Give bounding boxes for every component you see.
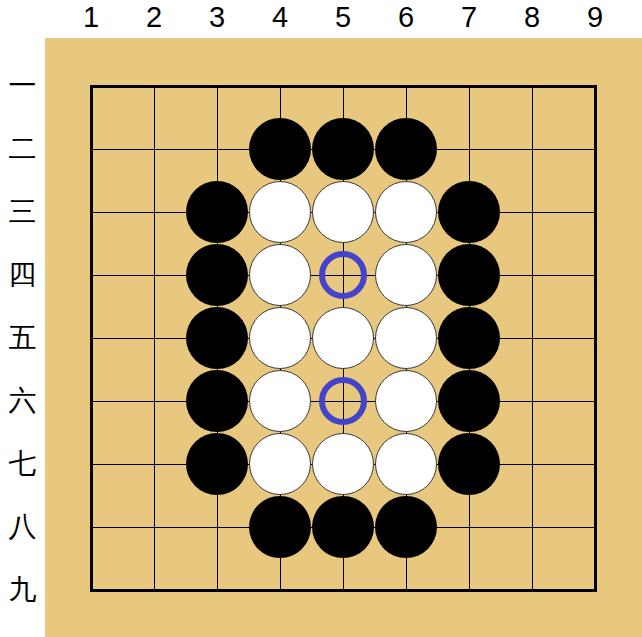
intersection-2-7[interactable] — [123, 433, 186, 496]
row-label-3: 三 — [0, 195, 45, 229]
intersection-1-3[interactable] — [60, 181, 123, 244]
intersection-3-5[interactable] — [186, 307, 249, 370]
intersection-5-5[interactable] — [312, 307, 375, 370]
board-grid — [60, 55, 627, 622]
intersection-7-1[interactable] — [438, 55, 501, 118]
intersection-3-1[interactable] — [186, 55, 249, 118]
intersection-4-1[interactable] — [249, 55, 312, 118]
white-stone — [375, 181, 437, 243]
intersection-9-4[interactable] — [564, 244, 627, 307]
row-label-4: 四 — [0, 258, 45, 292]
row-label-1: 一 — [0, 69, 45, 103]
intersection-1-1[interactable] — [60, 55, 123, 118]
intersection-7-8[interactable] — [438, 496, 501, 559]
intersection-6-7[interactable] — [375, 433, 438, 496]
black-stone — [438, 433, 500, 495]
white-stone — [249, 433, 311, 495]
intersection-5-1[interactable] — [312, 55, 375, 118]
intersection-7-6[interactable] — [438, 370, 501, 433]
intersection-7-7[interactable] — [438, 433, 501, 496]
row-label-6: 六 — [0, 384, 45, 418]
intersection-3-9[interactable] — [186, 559, 249, 622]
white-stone — [249, 181, 311, 243]
intersection-6-5[interactable] — [375, 307, 438, 370]
intersection-5-7[interactable] — [312, 433, 375, 496]
intersection-1-4[interactable] — [60, 244, 123, 307]
intersection-8-8[interactable] — [501, 496, 564, 559]
intersection-9-9[interactable] — [564, 559, 627, 622]
white-stone — [249, 307, 311, 369]
intersection-9-6[interactable] — [564, 370, 627, 433]
intersection-4-8[interactable] — [249, 496, 312, 559]
intersection-8-9[interactable] — [501, 559, 564, 622]
intersection-8-4[interactable] — [501, 244, 564, 307]
intersection-5-3[interactable] — [312, 181, 375, 244]
row-label-5: 五 — [0, 321, 45, 355]
black-stone — [249, 496, 311, 558]
column-label-5: 5 — [312, 0, 374, 34]
intersection-5-2[interactable] — [312, 118, 375, 181]
black-stone — [438, 370, 500, 432]
intersection-1-9[interactable] — [60, 559, 123, 622]
intersection-4-7[interactable] — [249, 433, 312, 496]
black-stone — [312, 118, 374, 180]
intersection-4-2[interactable] — [249, 118, 312, 181]
intersection-8-3[interactable] — [501, 181, 564, 244]
intersection-1-8[interactable] — [60, 496, 123, 559]
eye-marker-circle — [319, 377, 367, 425]
intersection-6-2[interactable] — [375, 118, 438, 181]
column-label-2: 2 — [123, 0, 185, 34]
goban — [45, 38, 642, 637]
intersection-9-2[interactable] — [564, 118, 627, 181]
intersection-6-8[interactable] — [375, 496, 438, 559]
intersection-5-6[interactable] — [312, 370, 375, 433]
white-stone — [375, 370, 437, 432]
row-label-8: 八 — [0, 510, 45, 544]
intersection-9-1[interactable] — [564, 55, 627, 118]
intersection-8-6[interactable] — [501, 370, 564, 433]
white-stone — [375, 433, 437, 495]
intersection-5-9[interactable] — [312, 559, 375, 622]
black-stone — [438, 307, 500, 369]
column-label-9: 9 — [564, 0, 626, 34]
intersection-2-3[interactable] — [123, 181, 186, 244]
intersection-2-6[interactable] — [123, 370, 186, 433]
intersection-1-6[interactable] — [60, 370, 123, 433]
eye-marker-circle — [319, 251, 367, 299]
intersection-2-1[interactable] — [123, 55, 186, 118]
column-label-1: 1 — [60, 0, 122, 34]
intersection-7-2[interactable] — [438, 118, 501, 181]
column-label-6: 6 — [375, 0, 437, 34]
intersection-3-2[interactable] — [186, 118, 249, 181]
black-stone — [312, 496, 374, 558]
black-stone — [186, 244, 248, 306]
intersection-7-5[interactable] — [438, 307, 501, 370]
row-label-2: 二 — [0, 132, 45, 166]
intersection-3-3[interactable] — [186, 181, 249, 244]
row-label-9: 九 — [0, 573, 45, 607]
intersection-7-3[interactable] — [438, 181, 501, 244]
white-stone — [312, 181, 374, 243]
intersection-3-8[interactable] — [186, 496, 249, 559]
white-stone — [312, 307, 374, 369]
intersection-4-4[interactable] — [249, 244, 312, 307]
intersection-2-4[interactable] — [123, 244, 186, 307]
white-stone — [375, 307, 437, 369]
go-diagram-page: 123456789 一二三四五六七八九 — [0, 0, 642, 637]
row-label-7: 七 — [0, 447, 45, 481]
intersection-8-1[interactable] — [501, 55, 564, 118]
intersection-4-5[interactable] — [249, 307, 312, 370]
intersection-2-8[interactable] — [123, 496, 186, 559]
intersection-6-3[interactable] — [375, 181, 438, 244]
intersection-2-2[interactable] — [123, 118, 186, 181]
black-stone — [186, 181, 248, 243]
intersection-6-4[interactable] — [375, 244, 438, 307]
column-label-8: 8 — [501, 0, 563, 34]
black-stone — [375, 118, 437, 180]
black-stone — [249, 118, 311, 180]
white-stone — [249, 244, 311, 306]
intersection-9-8[interactable] — [564, 496, 627, 559]
intersection-6-6[interactable] — [375, 370, 438, 433]
intersection-3-7[interactable] — [186, 433, 249, 496]
intersection-5-4[interactable] — [312, 244, 375, 307]
black-stone — [375, 496, 437, 558]
white-stone — [249, 370, 311, 432]
black-stone — [438, 244, 500, 306]
intersection-5-8[interactable] — [312, 496, 375, 559]
intersection-7-4[interactable] — [438, 244, 501, 307]
intersection-8-2[interactable] — [501, 118, 564, 181]
intersection-9-3[interactable] — [564, 181, 627, 244]
white-stone — [312, 433, 374, 495]
intersection-8-5[interactable] — [501, 307, 564, 370]
intersection-4-9[interactable] — [249, 559, 312, 622]
black-stone — [186, 433, 248, 495]
intersection-9-7[interactable] — [564, 433, 627, 496]
intersection-1-2[interactable] — [60, 118, 123, 181]
column-label-3: 3 — [186, 0, 248, 34]
intersection-7-9[interactable] — [438, 559, 501, 622]
intersection-4-3[interactable] — [249, 181, 312, 244]
intersection-2-5[interactable] — [123, 307, 186, 370]
intersection-9-5[interactable] — [564, 307, 627, 370]
intersection-6-9[interactable] — [375, 559, 438, 622]
black-stone — [186, 370, 248, 432]
black-stone — [186, 307, 248, 369]
intersection-4-6[interactable] — [249, 370, 312, 433]
column-label-4: 4 — [249, 0, 311, 34]
intersection-3-4[interactable] — [186, 244, 249, 307]
intersection-1-5[interactable] — [60, 307, 123, 370]
black-stone — [438, 181, 500, 243]
intersection-2-9[interactable] — [123, 559, 186, 622]
intersection-1-7[interactable] — [60, 433, 123, 496]
white-stone — [375, 244, 437, 306]
intersection-6-1[interactable] — [375, 55, 438, 118]
column-label-7: 7 — [438, 0, 500, 34]
intersection-3-6[interactable] — [186, 370, 249, 433]
intersection-8-7[interactable] — [501, 433, 564, 496]
